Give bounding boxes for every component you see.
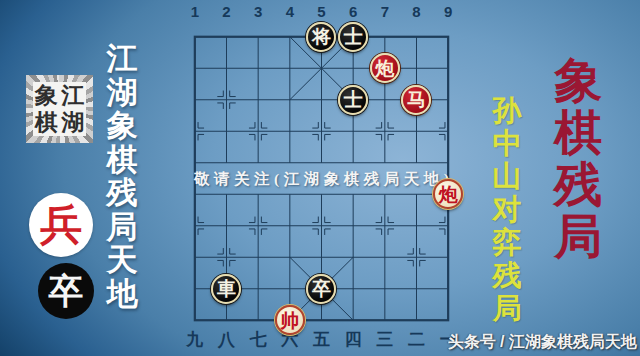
river-char: 敬 — [194, 169, 210, 190]
river-char: 天 — [404, 169, 420, 190]
column-number-chinese: 九 — [179, 328, 211, 350]
piece-black-soldier[interactable]: 卒 — [306, 274, 336, 304]
vertical-char: 弈 — [489, 226, 525, 259]
column-number: 4 — [274, 3, 306, 21]
column-number: 7 — [369, 3, 401, 21]
piece-red-cannon[interactable]: 炮 — [433, 179, 463, 209]
vertical-char: 象 — [549, 55, 607, 107]
xiangqi-board: 敬请关注(江湖象棋残局天地) 将士炮士马炮車卒帅 — [179, 21, 464, 336]
vertical-char: 棋 — [549, 107, 607, 159]
vertical-char: 湖 — [101, 76, 143, 110]
badge-zu-char: 卒 — [49, 274, 84, 309]
top-coordinates: 123456789 — [179, 3, 464, 21]
river-char: 请 — [214, 169, 230, 190]
vertical-char: 对 — [489, 193, 525, 226]
seal-characters: 象 江 棋 湖 — [33, 82, 86, 136]
river-char: 棋 — [344, 169, 360, 190]
black-soldier-badge: 卒 — [38, 263, 94, 319]
river-char: 注 — [254, 169, 270, 190]
vertical-char: 象 — [101, 109, 143, 143]
left-vertical-title: 江湖象棋残局天地 — [101, 42, 143, 310]
jianghu-xiangqi-seal: 象 江 棋 湖 — [26, 75, 93, 143]
column-number-chinese: 七 — [242, 328, 274, 350]
seal-char: 象 — [35, 84, 58, 107]
piece-black-advisor[interactable]: 士 — [338, 22, 368, 52]
right-vertical-title: 象棋残局 — [549, 55, 607, 263]
piece-black-chariot[interactable]: 車 — [211, 274, 241, 304]
piece-red-cannon[interactable]: 炮 — [370, 53, 400, 83]
bottom-coordinates: 九八七六五四三二一 — [179, 328, 464, 350]
river-char: 关 — [234, 169, 250, 190]
piece-black-advisor[interactable]: 士 — [338, 85, 368, 115]
column-number-chinese: 五 — [306, 328, 338, 350]
badge-bing-char: 兵 — [40, 204, 82, 246]
column-number: 2 — [211, 3, 243, 21]
vertical-char: 中 — [489, 127, 525, 160]
vertical-char: 局 — [549, 211, 607, 263]
right-vertical-subtitle: 孙中山对弈残局 — [489, 94, 525, 325]
river-char: 局 — [384, 169, 400, 190]
vertical-char: 天 — [101, 243, 143, 277]
toutiao-watermark: 头条号 / 江湖象棋残局天地 — [448, 332, 637, 353]
vertical-char: 残 — [101, 176, 143, 210]
vertical-char: 残 — [549, 159, 607, 211]
river-char: ( — [274, 170, 279, 188]
river-char: 江 — [284, 169, 300, 190]
seal-char: 湖 — [61, 111, 84, 134]
column-number: 6 — [337, 3, 369, 21]
column-number-chinese: 四 — [337, 328, 369, 350]
seal-char: 江 — [61, 84, 84, 107]
page-background: 象 江 棋 湖 江湖象棋残局天地 兵 卒 123456789 敬请关注(江湖象棋… — [0, 0, 640, 356]
river-char: 湖 — [304, 169, 320, 190]
column-number: 8 — [401, 3, 433, 21]
vertical-char: 江 — [101, 42, 143, 76]
river-char: 残 — [364, 169, 380, 190]
vertical-char: 局 — [489, 292, 525, 325]
piece-red-horse[interactable]: 马 — [401, 85, 431, 115]
vertical-char: 孙 — [489, 94, 525, 127]
column-number-chinese: 二 — [401, 328, 433, 350]
column-number-chinese: 八 — [211, 328, 243, 350]
vertical-char: 山 — [489, 160, 525, 193]
column-number: 1 — [179, 3, 211, 21]
column-number: 3 — [242, 3, 274, 21]
vertical-char: 残 — [489, 259, 525, 292]
vertical-char: 局 — [101, 210, 143, 244]
piece-red-general[interactable]: 帅 — [275, 305, 305, 335]
vertical-char: 地 — [101, 277, 143, 311]
column-number: 5 — [306, 3, 338, 21]
column-number-chinese: 三 — [369, 328, 401, 350]
piece-black-general[interactable]: 将 — [306, 22, 336, 52]
vertical-char: 棋 — [101, 143, 143, 177]
river-banner-text: 敬请关注(江湖象棋残局天地) — [194, 169, 449, 189]
red-soldier-badge: 兵 — [29, 193, 93, 257]
seal-char: 棋 — [35, 111, 58, 134]
column-number: 9 — [432, 3, 464, 21]
river-char: 象 — [324, 169, 340, 190]
